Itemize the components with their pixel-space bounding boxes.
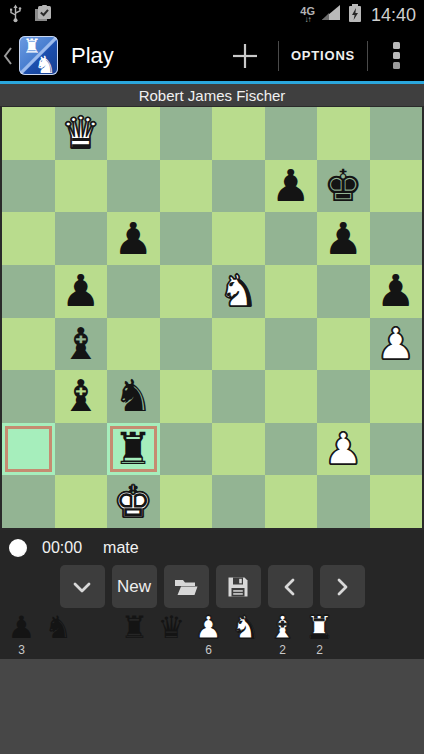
square-b2[interactable] [55,423,108,476]
captured-piece-glyph: ♟ [8,612,36,643]
piece-white-king: ♚ [114,480,153,524]
folder-open-icon [172,574,200,600]
new-game-button-label: New [117,577,151,597]
square-c2[interactable]: ♜ [107,423,160,476]
captured-pieces-row: ♟3♞ ♜♛♟6♞♝2♜2 [0,612,424,657]
captured-black-queen: ♛ [153,612,190,657]
captured-piece-glyph: ♝ [269,612,297,643]
clock-value: 00:00 [42,539,82,557]
captured-black-group: ♟3♞ [3,612,77,657]
square-e7[interactable] [212,160,265,213]
overflow-menu-button[interactable] [368,30,424,81]
square-a6[interactable] [2,212,55,265]
square-d5[interactable] [160,265,213,318]
captured-black-knight: ♞ [40,612,77,657]
captured-piece-glyph: ♜ [121,612,149,643]
square-d2[interactable] [160,423,213,476]
back-chevron-icon [2,45,14,67]
square-a7[interactable] [2,160,55,213]
square-h5[interactable]: ♟ [370,265,423,318]
plus-icon [229,40,261,72]
app-icon[interactable]: ♜ ♞ [19,36,58,75]
options-button[interactable]: OPTIONS [279,30,367,81]
square-f4[interactable] [265,318,318,371]
captured-white-knight: ♞ [227,612,264,657]
piece-black-rook: ♜ [114,427,153,471]
toolbar: ♜ ♞ Play OPTIONS [0,30,424,81]
background-filler [0,659,424,754]
square-h1[interactable] [370,475,423,528]
save-icon [225,574,251,600]
square-g2[interactable]: ♟ [317,423,370,476]
piece-white-pawn: ♟ [376,322,415,366]
square-a2[interactable] [2,423,55,476]
square-c1[interactable]: ♚ [107,475,160,528]
captured-piece-glyph: ♜ [306,612,334,643]
square-f1[interactable] [265,475,318,528]
square-h4[interactable]: ♟ [370,318,423,371]
square-d3[interactable] [160,370,213,423]
square-e4[interactable] [212,318,265,371]
square-f2[interactable] [265,423,318,476]
square-f5[interactable] [265,265,318,318]
piece-black-bishop: ♝ [61,374,100,418]
bottom-panel: 00:00 mate New ♟3♞ ♜♛♟6♞♝2♜2 [0,530,424,659]
square-b3[interactable]: ♝ [55,370,108,423]
piece-black-pawn: ♟ [271,164,310,208]
square-c3[interactable]: ♞ [107,370,160,423]
game-state-label: mate [103,539,139,557]
square-a4[interactable] [2,318,55,371]
battery-charging-icon [347,2,363,28]
status-right-icons: 4G ↓↑ 14:40 [300,2,424,28]
moves-dropdown-button[interactable] [60,565,105,608]
piece-black-pawn: ♟ [61,269,100,313]
piece-white-pawn: ♟ [324,427,363,471]
square-d7[interactable] [160,160,213,213]
network-type: 4G ↓↑ [300,6,315,24]
captured-white-pawn: ♟6 [190,612,227,657]
square-h3[interactable] [370,370,423,423]
status-left-icons [0,3,53,27]
square-f7[interactable]: ♟ [265,160,318,213]
square-d6[interactable] [160,212,213,265]
square-e8[interactable] [212,107,265,160]
captured-count: 2 [279,643,286,657]
new-game-button[interactable]: New [112,565,157,608]
next-move-button[interactable] [320,565,365,608]
chevron-down-icon [68,574,96,600]
square-a8[interactable] [2,107,55,160]
piece-black-pawn: ♟ [114,217,153,261]
status-clock: 14:40 [368,5,420,26]
square-a1[interactable] [2,475,55,528]
chevron-left-icon [279,574,301,600]
captured-piece-glyph: ♟ [195,612,223,643]
square-f3[interactable] [265,370,318,423]
square-h7[interactable] [370,160,423,213]
square-g4[interactable] [317,318,370,371]
signal-strength-icon [320,4,342,26]
captured-white-bishop: ♝2 [264,612,301,657]
captured-mixed-group: ♜♛♟6♞♝2♜2 [116,612,338,657]
add-button[interactable] [212,30,278,81]
back-button[interactable] [0,30,16,81]
piece-black-knight: ♞ [114,374,153,418]
square-g3[interactable] [317,370,370,423]
square-b7[interactable] [55,160,108,213]
knight-logo-glyph: ♞ [34,51,56,79]
screenshot-notification-icon [33,3,53,27]
piece-black-bishop: ♝ [61,322,100,366]
captured-black-pawn: ♟3 [3,612,40,657]
square-e2[interactable] [212,423,265,476]
captured-piece-glyph: ♞ [45,612,73,643]
square-e5[interactable]: ♞ [212,265,265,318]
open-game-button[interactable] [164,565,209,608]
piece-white-knight: ♞ [219,269,258,313]
captured-count: 6 [205,643,212,657]
square-h2[interactable] [370,423,423,476]
app-screen: 4G ↓↑ 14:40 [0,0,424,754]
square-b1[interactable] [55,475,108,528]
square-h6[interactable] [370,212,423,265]
player-name: Robert James Fischer [139,87,286,104]
player-name-bar: Robert James Fischer [0,84,424,106]
square-g7[interactable]: ♚ [317,160,370,213]
piece-black-pawn: ♟ [376,269,415,313]
captured-count: 2 [316,643,323,657]
square-g1[interactable] [317,475,370,528]
square-c7[interactable] [107,160,160,213]
square-h8[interactable] [370,107,423,160]
page-title: Play [71,43,114,69]
square-c4[interactable] [107,318,160,371]
square-d8[interactable] [160,107,213,160]
piece-black-pawn: ♟ [324,217,363,261]
piece-white-queen: ♛ [61,111,100,155]
square-c5[interactable] [107,265,160,318]
square-f8[interactable] [265,107,318,160]
control-button-row: New [0,565,424,608]
captured-piece-glyph: ♞ [232,612,260,643]
engine-indicator-dot [9,539,27,557]
square-d4[interactable] [160,318,213,371]
square-b5[interactable]: ♟ [55,265,108,318]
square-d1[interactable] [160,475,213,528]
square-c6[interactable]: ♟ [107,212,160,265]
square-b6[interactable] [55,212,108,265]
square-g8[interactable] [317,107,370,160]
status-bar: 4G ↓↑ 14:40 [0,0,424,30]
square-c8[interactable] [107,107,160,160]
square-e6[interactable] [212,212,265,265]
square-a3[interactable] [2,370,55,423]
data-activity-arrows: ↓↑ [305,16,311,24]
captured-piece-glyph: ♛ [158,612,186,643]
square-a5[interactable] [2,265,55,318]
chevron-right-icon [331,574,353,600]
square-g5[interactable] [317,265,370,318]
square-g6[interactable]: ♟ [317,212,370,265]
square-b4[interactable]: ♝ [55,318,108,371]
usb-icon [8,4,23,27]
square-b8[interactable]: ♛ [55,107,108,160]
square-e1[interactable] [212,475,265,528]
overflow-dots-icon [393,42,400,69]
captured-black-rook: ♜ [116,612,153,657]
square-e3[interactable] [212,370,265,423]
captured-count: 3 [18,643,25,657]
captured-white-rook: ♜2 [301,612,338,657]
square-f6[interactable] [265,212,318,265]
piece-black-king: ♚ [324,164,363,208]
chess-board[interactable]: ♛♟♚♟♟♟♞♟♝♟♝♞♜♟♚ [0,106,424,530]
prev-move-button[interactable] [268,565,313,608]
save-game-button[interactable] [216,565,261,608]
engine-status-row: 00:00 mate [0,530,424,562]
